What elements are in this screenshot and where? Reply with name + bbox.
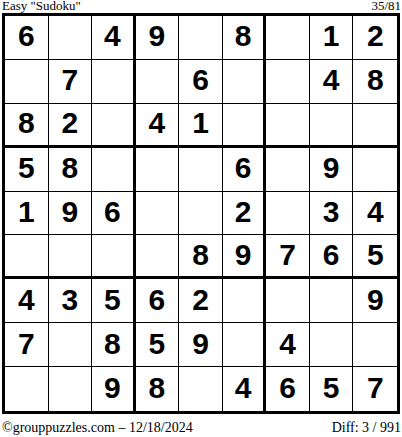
sudoku-cell-r1c3[interactable]: 4 — [92, 16, 136, 60]
sudoku-cell-r1c1[interactable]: 6 — [5, 16, 49, 60]
sudoku-cell-r1c2[interactable] — [49, 16, 93, 60]
sudoku-cell-r4c5[interactable] — [179, 148, 223, 192]
sudoku-cell-r6c9[interactable]: 5 — [353, 235, 397, 279]
sudoku-cell-r8c5[interactable]: 9 — [179, 323, 223, 367]
sudoku-cell-r5c7[interactable] — [266, 192, 310, 236]
sudoku-cell-r8c6[interactable] — [223, 323, 267, 367]
copyright-text: ©grouppuzzles.com – 12/18/2024 — [2, 420, 193, 436]
sudoku-cell-r8c8[interactable] — [310, 323, 354, 367]
sudoku-cell-r8c9[interactable] — [353, 323, 397, 367]
sudoku-cell-r4c1[interactable]: 5 — [5, 148, 49, 192]
sudoku-cell-r4c6[interactable]: 6 — [223, 148, 267, 192]
sudoku-cell-r2c7[interactable] — [266, 60, 310, 104]
sudoku-cell-r7c5[interactable]: 2 — [179, 279, 223, 323]
sudoku-cell-r4c4[interactable] — [136, 148, 180, 192]
sudoku-cell-r6c8[interactable]: 6 — [310, 235, 354, 279]
sudoku-cell-r7c9[interactable]: 9 — [353, 279, 397, 323]
sudoku-cell-r6c7[interactable]: 7 — [266, 235, 310, 279]
sudoku-cell-r2c8[interactable]: 4 — [310, 60, 354, 104]
sudoku-cell-r3c3[interactable] — [92, 104, 136, 148]
sudoku-cell-r7c3[interactable]: 5 — [92, 279, 136, 323]
sudoku-cell-r9c4[interactable]: 8 — [136, 367, 180, 411]
sudoku-cell-r8c1[interactable]: 7 — [5, 323, 49, 367]
sudoku-cell-r3c8[interactable] — [310, 104, 354, 148]
sudoku-cell-r2c6[interactable] — [223, 60, 267, 104]
sudoku-cell-r8c4[interactable]: 5 — [136, 323, 180, 367]
sudoku-cell-r9c3[interactable]: 9 — [92, 367, 136, 411]
sudoku-cell-r8c3[interactable]: 8 — [92, 323, 136, 367]
difficulty-text: Diff: 3 / 991 — [332, 420, 401, 436]
sudoku-cell-r9c7[interactable]: 6 — [266, 367, 310, 411]
sudoku-cell-r3c7[interactable] — [266, 104, 310, 148]
sudoku-cell-r1c7[interactable] — [266, 16, 310, 60]
sudoku-cell-r1c9[interactable]: 2 — [353, 16, 397, 60]
sudoku-cell-r1c5[interactable] — [179, 16, 223, 60]
sudoku-cell-r5c4[interactable] — [136, 192, 180, 236]
sudoku-page: Easy "Sudoku" 35/81 64981276488241586919… — [0, 0, 402, 437]
sudoku-cell-r2c1[interactable] — [5, 60, 49, 104]
sudoku-cell-r4c8[interactable]: 9 — [310, 148, 354, 192]
sudoku-cell-r8c2[interactable] — [49, 323, 93, 367]
sudoku-cell-r9c1[interactable] — [5, 367, 49, 411]
header: Easy "Sudoku" 35/81 — [2, 0, 401, 13]
sudoku-cell-r5c2[interactable]: 9 — [49, 192, 93, 236]
sudoku-board: 6498127648824158691962348976543562978594… — [2, 13, 400, 414]
sudoku-cell-r6c5[interactable]: 8 — [179, 235, 223, 279]
sudoku-cell-r2c5[interactable]: 6 — [179, 60, 223, 104]
sudoku-cell-r7c2[interactable]: 3 — [49, 279, 93, 323]
sudoku-cell-r7c8[interactable] — [310, 279, 354, 323]
sudoku-cell-r5c5[interactable] — [179, 192, 223, 236]
sudoku-cell-r6c6[interactable]: 9 — [223, 235, 267, 279]
sudoku-cell-r6c2[interactable] — [49, 235, 93, 279]
clue-counter: 35/81 — [371, 0, 401, 13]
sudoku-cell-r5c3[interactable]: 6 — [92, 192, 136, 236]
sudoku-cell-r3c2[interactable]: 2 — [49, 104, 93, 148]
sudoku-cell-r2c2[interactable]: 7 — [49, 60, 93, 104]
sudoku-cell-r7c7[interactable] — [266, 279, 310, 323]
footer: ©grouppuzzles.com – 12/18/2024 Diff: 3 /… — [2, 420, 401, 436]
sudoku-cell-r3c1[interactable]: 8 — [5, 104, 49, 148]
sudoku-cell-r6c4[interactable] — [136, 235, 180, 279]
sudoku-cell-r5c6[interactable]: 2 — [223, 192, 267, 236]
sudoku-cell-r1c4[interactable]: 9 — [136, 16, 180, 60]
sudoku-cell-r5c8[interactable]: 3 — [310, 192, 354, 236]
sudoku-cell-r5c1[interactable]: 1 — [5, 192, 49, 236]
sudoku-cell-r3c5[interactable]: 1 — [179, 104, 223, 148]
sudoku-cell-r3c4[interactable]: 4 — [136, 104, 180, 148]
sudoku-cell-r1c6[interactable]: 8 — [223, 16, 267, 60]
sudoku-cell-r8c7[interactable]: 4 — [266, 323, 310, 367]
sudoku-cell-r4c7[interactable] — [266, 148, 310, 192]
sudoku-cell-r2c4[interactable] — [136, 60, 180, 104]
sudoku-cell-r9c6[interactable]: 4 — [223, 367, 267, 411]
sudoku-cell-r9c5[interactable] — [179, 367, 223, 411]
sudoku-cell-r5c9[interactable]: 4 — [353, 192, 397, 236]
sudoku-cell-r7c1[interactable]: 4 — [5, 279, 49, 323]
sudoku-cell-r3c9[interactable] — [353, 104, 397, 148]
sudoku-cell-r7c4[interactable]: 6 — [136, 279, 180, 323]
sudoku-cell-r6c3[interactable] — [92, 235, 136, 279]
sudoku-cell-r6c1[interactable] — [5, 235, 49, 279]
sudoku-cell-r4c3[interactable] — [92, 148, 136, 192]
sudoku-cell-r9c2[interactable] — [49, 367, 93, 411]
sudoku-cell-r1c8[interactable]: 1 — [310, 16, 354, 60]
sudoku-cell-r2c9[interactable]: 8 — [353, 60, 397, 104]
sudoku-cell-r2c3[interactable] — [92, 60, 136, 104]
sudoku-cell-r9c9[interactable]: 7 — [353, 367, 397, 411]
puzzle-title: Easy "Sudoku" — [2, 0, 81, 13]
sudoku-cell-r4c2[interactable]: 8 — [49, 148, 93, 192]
sudoku-cell-r3c6[interactable] — [223, 104, 267, 148]
sudoku-cell-r4c9[interactable] — [353, 148, 397, 192]
sudoku-cell-r7c6[interactable] — [223, 279, 267, 323]
sudoku-cell-r9c8[interactable]: 5 — [310, 367, 354, 411]
